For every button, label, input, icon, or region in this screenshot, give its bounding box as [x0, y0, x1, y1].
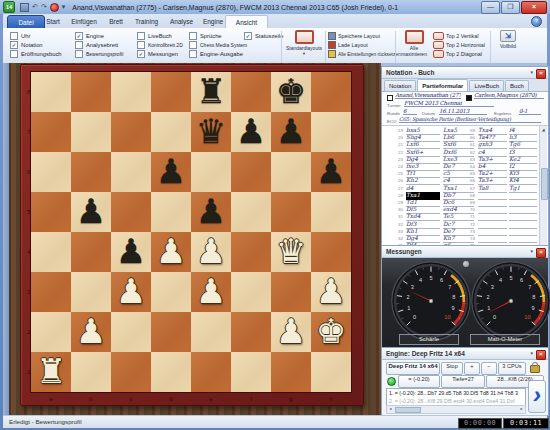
svg-text:6: 6	[440, 277, 443, 283]
svg-text:8: 8	[452, 294, 455, 300]
square-e6[interactable]	[191, 152, 231, 192]
square-g5[interactable]	[271, 192, 311, 232]
checkbox-kontrollbrett-2d[interactable]: Kontrollbrett 2D	[137, 40, 183, 49]
square-f8[interactable]	[231, 72, 271, 112]
reset-icon	[328, 50, 336, 58]
square-e2[interactable]	[191, 312, 231, 352]
square-g6[interactable]	[271, 152, 311, 192]
square-e7[interactable]: ♛	[191, 112, 231, 152]
undo-icon[interactable]: ↶	[32, 1, 38, 13]
square-e1[interactable]	[191, 352, 231, 392]
minimize-button[interactable]: —	[481, 1, 500, 14]
main-area: ♜♚♛♟♟♟♟♟♟♟♟♟♛♟♟♟♟♟♚♜ 87654321 abcdefgh N…	[3, 63, 547, 415]
rank-label-6: 6	[24, 152, 34, 192]
checkbox-label-kontrollbrett-2d: Kontrollbrett 2D	[148, 42, 183, 48]
rank-label-3: 3	[24, 272, 34, 312]
evaluation-button[interactable]: = (-0.20)	[398, 375, 440, 388]
svg-text:1: 1	[487, 305, 490, 311]
checkbox-livebuch[interactable]: LiveBuch	[137, 31, 183, 40]
square-d3[interactable]	[151, 272, 191, 312]
messungen-panel-header[interactable]: Messungen ▼ ×	[382, 246, 548, 258]
checkbox-bewertungsprofil[interactable]: Bewertungsprofil	[75, 49, 123, 58]
square-b5[interactable]: ♟	[71, 192, 111, 232]
piece-white-pawn-h3[interactable]: ♟	[311, 272, 351, 312]
square-g1[interactable]	[271, 352, 311, 392]
square-h6[interactable]: ♟	[311, 152, 351, 192]
app-icon[interactable]: 14	[3, 1, 15, 13]
checkbox-box-kontrollbrett-2d[interactable]	[137, 41, 145, 49]
square-a8[interactable]	[31, 72, 71, 112]
piece-black-pawn-f7[interactable]: ♟	[231, 112, 271, 152]
square-g2[interactable]: ♟	[271, 312, 311, 352]
piece-white-queen-g4[interactable]: ♛	[271, 232, 311, 272]
black-player-name[interactable]: Carlsen,Magnus (2870)	[474, 92, 544, 99]
checkbox-uhr[interactable]: Uhr	[10, 31, 62, 40]
square-a7[interactable]	[31, 112, 71, 152]
file-label-a: a	[31, 394, 71, 404]
ergebnis-value[interactable]: 0-1	[519, 108, 541, 115]
white-clock: 0:00:00	[458, 418, 502, 429]
rank-label-4: 4	[24, 232, 34, 272]
svg-text:1: 1	[407, 305, 410, 311]
square-f6[interactable]	[231, 152, 271, 192]
piece-black-pawn-d6[interactable]: ♟	[151, 152, 191, 192]
runde-value[interactable]: 6	[403, 108, 417, 115]
square-d8[interactable]	[151, 72, 191, 112]
square-e4[interactable]: ♟	[191, 232, 231, 272]
scroll-left-icon[interactable]: ◂	[387, 406, 394, 412]
engine-panel-header[interactable]: Engine: Deep Fritz 14 x64 ▼ ×	[382, 348, 548, 360]
game-form: Anand,Viswanathan (2775) Carlsen,Magnus …	[382, 92, 548, 126]
eco-label: ECO	[387, 119, 397, 124]
layout-monitor-icon	[295, 30, 314, 44]
gauge-label-matt-o-meter: Matt-O-Meter	[470, 334, 540, 345]
square-d4[interactable]: ♟	[151, 232, 191, 272]
checkbox-spr-che[interactable]: Sprüche	[189, 31, 247, 40]
svg-text:5: 5	[429, 275, 432, 281]
fullscreen-icon: ⇲	[500, 30, 516, 42]
checkbox-engine[interactable]: ✓Engine	[75, 31, 123, 40]
checkbox-label-uhr: Uhr	[21, 33, 30, 39]
close-icon[interactable]: ×	[536, 248, 546, 258]
square-d5[interactable]	[151, 192, 191, 232]
svg-text:2: 2	[407, 294, 410, 300]
square-b8[interactable]	[71, 72, 111, 112]
load-icon	[328, 41, 336, 49]
button-top-2-horizontal[interactable]: Top 2 Horizontal	[433, 41, 485, 49]
close-icon[interactable]: ×	[536, 350, 546, 360]
square-f4[interactable]	[231, 232, 271, 272]
status-text: Erledigt - Bewertungsprofil	[9, 416, 82, 428]
checkbox-box-analysebrett[interactable]	[75, 41, 83, 49]
chessbase-icon[interactable]	[50, 3, 59, 12]
board-window: ♜♚♛♟♟♟♟♟♟♟♟♟♛♟♟♟♟♟♚♜ 87654321 abcdefgh	[3, 63, 381, 415]
scroll-up-icon[interactable]: ▲	[540, 126, 547, 133]
checkbox-er-ffnungsbuch[interactable]: Eröffnungsbuch	[10, 49, 62, 58]
rank-label-5: 5	[24, 192, 34, 232]
datum-value[interactable]: 16.11.2013	[439, 108, 487, 115]
checkbox-label-engine-ausgabe: Engine-Ausgabe	[200, 51, 243, 57]
svg-text:5: 5	[509, 275, 512, 281]
square-h5[interactable]	[311, 192, 351, 232]
checkbox-box-statuszeile[interactable]: ✓	[244, 32, 252, 40]
square-c3[interactable]: ♟	[111, 272, 151, 312]
piece-black-pawn-g7[interactable]: ♟	[271, 112, 311, 152]
checkbox-label-analysebrett: Analysebrett	[86, 42, 118, 48]
cpus-button[interactable]: 3 CPUs	[498, 362, 526, 375]
white-player-name[interactable]: Anand,Viswanathan (2775)	[395, 92, 461, 99]
square-b4[interactable]	[71, 232, 111, 272]
maximize-monitor-icon	[405, 30, 424, 44]
piece-white-pawn-d4[interactable]: ♟	[151, 232, 191, 272]
rank-label-2: 2	[24, 312, 34, 352]
status-bar: Erledigt - Bewertungsprofil 0:00:00 0:03…	[3, 415, 547, 428]
checkbox-box-spr-che[interactable]	[189, 32, 197, 40]
square-h4[interactable]	[311, 232, 351, 272]
gauge-sch-rfe: 012345678910	[391, 261, 471, 341]
chevron-down-icon[interactable]: ▼	[530, 70, 534, 75]
piece-white-pawn-c3[interactable]: ♟	[111, 272, 151, 312]
redo-icon[interactable]: ↷	[41, 1, 47, 13]
analysis-h-scrollbar[interactable]: ◂ ▸	[386, 405, 526, 414]
square-g7[interactable]: ♟	[271, 112, 311, 152]
svg-text:4: 4	[419, 277, 422, 283]
square-c5[interactable]	[111, 192, 151, 232]
piece-black-pawn-e5[interactable]: ♟	[191, 192, 231, 232]
checkbox-label-bewertungsprofil: Bewertungsprofil	[86, 51, 123, 57]
title-bar: 14 ↶ ↷ ▾ Anand,Viswanathan (2775) - Carl…	[0, 0, 550, 14]
checkbox-label-messungen: Messungen	[148, 51, 178, 57]
square-c6[interactable]	[111, 152, 151, 192]
turnier-value[interactable]: FWCM 2013 Chennai	[404, 100, 494, 107]
piece-white-pawn-g2[interactable]: ♟	[271, 312, 311, 352]
ribbon: Uhr✓NotationEröffnungsbuch✓EngineAnalyse…	[3, 28, 547, 64]
file-label-d: d	[151, 394, 191, 404]
file-label-h: h	[311, 394, 351, 404]
rank-label-8: 8	[24, 72, 34, 112]
square-b1[interactable]	[71, 352, 111, 392]
square-b7[interactable]	[71, 112, 111, 152]
checkbox-box-engine-ausgabe[interactable]	[189, 50, 197, 58]
square-b3[interactable]	[71, 272, 111, 312]
board-frame: ♜♚♛♟♟♟♟♟♟♟♟♟♛♟♟♟♟♟♚♜ 87654321 abcdefgh	[20, 64, 364, 406]
checkbox-box-chess-media-system[interactable]	[189, 41, 197, 49]
runde-label: Runde	[387, 111, 400, 116]
scrollbar-thumb[interactable]	[395, 407, 421, 414]
monitor-icon	[433, 41, 444, 49]
piece-white-pawn-e3[interactable]: ♟	[191, 272, 231, 312]
square-d2[interactable]	[151, 312, 191, 352]
gauges-body: 012345678910Schärfe012345678910Matt-O-Me…	[382, 258, 548, 347]
file-label-e: e	[191, 394, 231, 404]
maximize-button[interactable]: ❐	[501, 1, 520, 14]
engine-running-led	[387, 377, 396, 386]
checkbox-box-engine[interactable]: ✓	[75, 32, 83, 40]
close-icon[interactable]: ×	[536, 69, 546, 79]
square-c4[interactable]: ♟	[111, 232, 151, 272]
square-a4[interactable]	[31, 232, 71, 272]
close-button[interactable]: ×	[521, 1, 547, 14]
square-h1[interactable]	[311, 352, 351, 392]
tab-livebuch[interactable]: LiveBuch	[469, 80, 504, 91]
square-b6[interactable]	[71, 152, 111, 192]
svg-text:8: 8	[532, 294, 535, 300]
square-e5[interactable]: ♟	[191, 192, 231, 232]
turnier-label: Turnier	[387, 103, 401, 108]
window-edge-strip	[3, 63, 9, 415]
checkbox-notation[interactable]: ✓Notation	[10, 40, 62, 49]
square-a2[interactable]	[31, 312, 71, 352]
button-top-2-diagonal[interactable]: Top 2 Diagonal	[433, 50, 482, 58]
square-a5[interactable]	[31, 192, 71, 232]
scoresheet-scrollbar[interactable]: ▲ ▼	[539, 126, 547, 257]
piece-black-rook-e8[interactable]: ♜	[191, 72, 231, 112]
svg-text:3: 3	[411, 284, 414, 290]
square-e8[interactable]: ♜	[191, 72, 231, 112]
file-label-f: f	[231, 394, 271, 404]
chess-board: ♜♚♛♟♟♟♟♟♟♟♟♟♛♟♟♟♟♟♚♜	[31, 72, 351, 392]
piece-white-pawn-b2[interactable]: ♟	[71, 312, 111, 352]
file-label-c: c	[111, 394, 151, 404]
checkbox-label-chess-media-system: Chess Media System	[200, 42, 247, 48]
square-f7[interactable]: ♟	[231, 112, 271, 152]
piece-white-king-h2[interactable]: ♚	[311, 312, 351, 352]
white-square-icon	[387, 95, 393, 101]
svg-text:10: 10	[444, 314, 450, 320]
tab-ansicht[interactable]: Ansicht	[225, 15, 268, 29]
button-speichere-layout[interactable]: Speichere Layout	[328, 32, 380, 40]
square-g3[interactable]	[271, 272, 311, 312]
piece-black-queen-e7[interactable]: ♛	[191, 112, 231, 152]
chevron-down-icon[interactable]: ▼	[530, 249, 534, 254]
engine-panel-title: Engine: Deep Fritz 14 x64	[386, 350, 465, 357]
checkbox-label-notation: Notation	[21, 42, 43, 48]
square-a1[interactable]: ♜	[31, 352, 71, 392]
checkbox-box-bewertungsprofil[interactable]	[75, 50, 83, 58]
svg-text:9: 9	[532, 305, 535, 311]
checkbox-box-messungen[interactable]: ✓	[137, 50, 145, 58]
checkbox-label-spr-che: Sprüche	[200, 33, 222, 39]
square-c1[interactable]	[111, 352, 151, 392]
piece-black-king-g8[interactable]: ♚	[271, 72, 311, 112]
floppy-icon	[328, 32, 336, 40]
monitor-icon	[433, 50, 444, 58]
piece-black-pawn-h6[interactable]: ♟	[311, 152, 351, 192]
checkbox-label-livebuch: LiveBuch	[148, 33, 172, 39]
checkbox-label-statuszeile: Statuszeile	[255, 33, 283, 39]
button-lade-layout[interactable]: Lade Layout	[328, 41, 368, 49]
checkbox-statuszeile[interactable]: ✓Statuszeile	[244, 31, 283, 40]
messungen-panel: Messungen ▼ × 012345678910Schärfe0123456…	[381, 245, 549, 348]
square-c2[interactable]	[111, 312, 151, 352]
checkbox-box-notation[interactable]: ✓	[10, 41, 18, 49]
analysis-line-1[interactable]: 1. = (-0.20): 28...Db7 29.d5 Tb8 30.Df5 …	[387, 389, 525, 397]
piece-black-pawn-c4[interactable]: ♟	[111, 232, 151, 272]
rank-label-7: 7	[24, 112, 34, 152]
square-f3[interactable]	[231, 272, 271, 312]
tab-partieformular[interactable]: Partieformular	[417, 79, 468, 91]
gauge-matt-o-meter: 012345678910	[471, 261, 550, 341]
square-c8[interactable]	[111, 72, 151, 112]
square-g8[interactable]: ♚	[271, 72, 311, 112]
ribbon-tab-row: ? DateiStartEinfügenBrettTrainingAnalyse…	[3, 14, 547, 28]
svg-text:9: 9	[452, 305, 455, 311]
quick-access-dropdown-icon[interactable]: ▾	[62, 1, 66, 13]
plus-button[interactable]: +	[464, 362, 480, 375]
next-move-button[interactable]: ›	[528, 380, 546, 413]
square-f2[interactable]	[231, 312, 271, 352]
engine-name-button[interactable]: Deep Fritz 14 x64	[386, 362, 440, 375]
square-f1[interactable]	[231, 352, 271, 392]
notation-panel-title: Notation - Buch	[386, 69, 434, 76]
svg-text:4: 4	[499, 277, 502, 283]
scoresheet: ▲ ▼ 19bxa5Lxa520Shg4Lb621Lxf6Sxf622Sxf6+…	[382, 126, 548, 257]
piece-black-pawn-b5[interactable]: ♟	[71, 192, 111, 232]
square-g4[interactable]: ♛	[271, 232, 311, 272]
square-h8[interactable]	[311, 72, 351, 112]
window-title: Anand,Viswanathan (2775) - Carlsen,Magnu…	[72, 4, 398, 11]
square-e3[interactable]: ♟	[191, 272, 231, 312]
notation-panel: Notation - Buch ▼ × NotationPartieformul…	[381, 66, 549, 245]
svg-text:3: 3	[491, 284, 494, 290]
analysis-line-2[interactable]: 2. = (-0.20): 28...Kf8 29.Df5 exd4 30.ex…	[387, 397, 525, 405]
scrollbar-thumb[interactable]	[541, 168, 548, 200]
checkbox-box-uhr[interactable]	[10, 32, 18, 40]
checkbox-label-engine: Engine	[86, 33, 104, 39]
alle-maximieren-button[interactable]: Alle maximieren	[398, 30, 430, 57]
checkbox-messungen[interactable]: ✓Messungen	[137, 49, 183, 58]
scroll-right-icon[interactable]: ▸	[518, 406, 525, 412]
depth-button[interactable]: Tiefe=27	[441, 375, 485, 388]
file-label-b: b	[71, 394, 111, 404]
gauge-label-sch-rfe: Schärfe	[399, 334, 459, 345]
svg-text:0: 0	[413, 314, 416, 320]
checkbox-label-er-ffnungsbuch: Eröffnungsbuch	[21, 51, 62, 57]
help-icon[interactable]: ?	[531, 16, 542, 27]
lock-icon[interactable]	[530, 365, 540, 373]
messungen-panel-title: Messungen	[386, 248, 422, 255]
checkbox-box-livebuch[interactable]	[137, 32, 145, 40]
square-h2[interactable]: ♚	[311, 312, 351, 352]
tab-notation[interactable]: Notation	[384, 80, 416, 91]
monitor-icon	[433, 32, 444, 40]
application-window: 14 ↶ ↷ ▾ Anand,Viswanathan (2775) - Carl…	[0, 0, 550, 430]
svg-text:7: 7	[448, 284, 451, 290]
stop-button[interactable]: Stop	[441, 362, 463, 375]
square-f5[interactable]	[231, 192, 271, 232]
square-h3[interactable]: ♟	[311, 272, 351, 312]
svg-text:0: 0	[493, 314, 496, 320]
chevron-down-icon: ▼	[285, 51, 323, 56]
checkbox-box-er-ffnungsbuch[interactable]	[10, 50, 18, 58]
button-alle-einstellungen-r-cksetzen[interactable]: Alle Einstellungen rücksetzen	[328, 50, 401, 58]
button-top-2-vertikal[interactable]: Top 2 Vertikal	[433, 32, 478, 40]
svg-text:7: 7	[528, 284, 531, 290]
tab-buch[interactable]: Buch	[505, 80, 529, 91]
rank-label-1: 1	[24, 352, 34, 392]
notation-panel-header[interactable]: Notation - Buch ▼ ×	[382, 67, 548, 79]
checkbox-engine-ausgabe[interactable]: Engine-Ausgabe	[189, 49, 247, 58]
square-a6[interactable]	[31, 152, 71, 192]
piece-white-rook-a1[interactable]: ♜	[31, 352, 71, 392]
square-h7[interactable]	[311, 112, 351, 152]
file-label-g: g	[271, 394, 311, 404]
save-icon[interactable]	[20, 3, 29, 12]
chevron-down-icon[interactable]: ▼	[530, 351, 534, 356]
square-d1[interactable]	[151, 352, 191, 392]
vollbild-button[interactable]: ⇲ Vollbild	[493, 30, 523, 49]
square-d6[interactable]: ♟	[151, 152, 191, 192]
standardlayouts-button[interactable]: Standardlayouts ▼	[285, 30, 323, 56]
engine-panel: Engine: Deep Fritz 14 x64 ▼ × Deep Fritz…	[381, 347, 549, 416]
eco-value[interactable]: C65: Spanische Partie (Berliner-Verteidi…	[399, 116, 541, 123]
svg-text:6: 6	[520, 277, 523, 283]
piece-white-pawn-e4[interactable]: ♟	[191, 232, 231, 272]
square-b2[interactable]: ♟	[71, 312, 111, 352]
minus-button[interactable]: −	[481, 362, 497, 375]
square-c7[interactable]	[111, 112, 151, 152]
svg-text:10: 10	[524, 314, 530, 320]
square-d7[interactable]	[151, 112, 191, 152]
square-a3[interactable]	[31, 272, 71, 312]
checkbox-chess-media-system[interactable]: Chess Media System	[189, 40, 247, 49]
svg-text:2: 2	[487, 294, 490, 300]
checkbox-analysebrett[interactable]: Analysebrett	[75, 40, 123, 49]
black-clock: 0:03:11	[503, 418, 549, 429]
